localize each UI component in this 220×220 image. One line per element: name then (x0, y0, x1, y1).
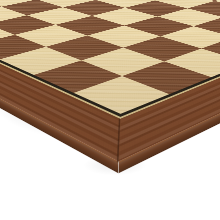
chess-board (0, 0, 220, 161)
chessboard-product-photo (0, 0, 220, 220)
